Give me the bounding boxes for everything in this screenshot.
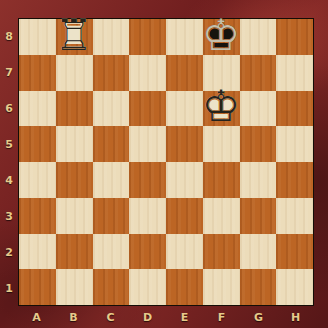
file-label-f: F: [203, 306, 240, 328]
square-b4[interactable]: [56, 162, 93, 198]
square-h6[interactable]: [276, 91, 313, 127]
square-d1[interactable]: [129, 269, 166, 305]
square-g4[interactable]: [240, 162, 277, 198]
square-b8[interactable]: ♜♖: [56, 19, 93, 55]
square-b1[interactable]: [56, 269, 93, 305]
rank-label-1: 1: [0, 270, 18, 306]
square-g2[interactable]: [240, 234, 277, 270]
square-g6[interactable]: [240, 91, 277, 127]
file-label-h: H: [277, 306, 314, 328]
square-d3[interactable]: [129, 198, 166, 234]
file-label-d: D: [129, 306, 166, 328]
square-d6[interactable]: [129, 91, 166, 127]
square-e3[interactable]: [166, 198, 203, 234]
file-labels: ABCDEFGH: [18, 306, 314, 328]
chess-board: ♜♖♚♔♚♔: [18, 18, 314, 306]
white-king-glyph: ♚: [202, 85, 241, 128]
square-a2[interactable]: [19, 234, 56, 270]
square-h8[interactable]: [276, 19, 313, 55]
file-label-e: E: [166, 306, 203, 328]
rank-labels: 87654321: [0, 18, 18, 306]
square-a5[interactable]: [19, 126, 56, 162]
square-f3[interactable]: [203, 198, 240, 234]
square-e4[interactable]: [166, 162, 203, 198]
square-c2[interactable]: [93, 234, 130, 270]
white-rook-glyph: ♜: [55, 14, 94, 57]
file-label-g: G: [240, 306, 277, 328]
square-c5[interactable]: [93, 126, 130, 162]
square-f6[interactable]: ♚♔: [203, 91, 240, 127]
rank-label-8: 8: [0, 18, 18, 54]
square-a6[interactable]: [19, 91, 56, 127]
file-label-a: A: [18, 306, 55, 328]
square-c8[interactable]: [93, 19, 130, 55]
square-d4[interactable]: [129, 162, 166, 198]
square-a4[interactable]: [19, 162, 56, 198]
square-b5[interactable]: [56, 126, 93, 162]
square-e8[interactable]: [166, 19, 203, 55]
rank-label-2: 2: [0, 234, 18, 270]
square-g5[interactable]: [240, 126, 277, 162]
square-c7[interactable]: [93, 55, 130, 91]
square-f8[interactable]: ♚♔: [203, 19, 240, 55]
square-f4[interactable]: [203, 162, 240, 198]
square-f5[interactable]: [203, 126, 240, 162]
square-g7[interactable]: [240, 55, 277, 91]
square-d7[interactable]: [129, 55, 166, 91]
square-e6[interactable]: [166, 91, 203, 127]
white-king[interactable]: ♚♔: [203, 91, 240, 127]
square-e7[interactable]: [166, 55, 203, 91]
square-h7[interactable]: [276, 55, 313, 91]
square-e1[interactable]: [166, 269, 203, 305]
square-a3[interactable]: [19, 198, 56, 234]
black-king-glyph: ♚: [202, 14, 241, 57]
square-e5[interactable]: [166, 126, 203, 162]
square-c6[interactable]: [93, 91, 130, 127]
square-b2[interactable]: [56, 234, 93, 270]
black-king[interactable]: ♚♔: [203, 19, 240, 55]
square-g1[interactable]: [240, 269, 277, 305]
square-c3[interactable]: [93, 198, 130, 234]
file-label-b: B: [55, 306, 92, 328]
white-rook-outline: ♖: [55, 14, 94, 57]
square-f7[interactable]: [203, 55, 240, 91]
square-b6[interactable]: [56, 91, 93, 127]
square-h5[interactable]: [276, 126, 313, 162]
square-h3[interactable]: [276, 198, 313, 234]
board-frame: 87654321 ABCDEFGH ♜♖♚♔♚♔: [0, 0, 328, 328]
square-a7[interactable]: [19, 55, 56, 91]
square-d2[interactable]: [129, 234, 166, 270]
rank-label-6: 6: [0, 90, 18, 126]
square-g8[interactable]: [240, 19, 277, 55]
square-b3[interactable]: [56, 198, 93, 234]
square-h4[interactable]: [276, 162, 313, 198]
square-h2[interactable]: [276, 234, 313, 270]
square-b7[interactable]: [56, 55, 93, 91]
square-a8[interactable]: [19, 19, 56, 55]
white-king-outline: ♔: [202, 85, 241, 128]
black-king-outline: ♔: [202, 14, 241, 57]
rank-label-7: 7: [0, 54, 18, 90]
rank-label-3: 3: [0, 198, 18, 234]
square-g3[interactable]: [240, 198, 277, 234]
square-c4[interactable]: [93, 162, 130, 198]
square-f2[interactable]: [203, 234, 240, 270]
square-d8[interactable]: [129, 19, 166, 55]
square-c1[interactable]: [93, 269, 130, 305]
square-f1[interactable]: [203, 269, 240, 305]
square-d5[interactable]: [129, 126, 166, 162]
square-h1[interactable]: [276, 269, 313, 305]
file-label-c: C: [92, 306, 129, 328]
rank-label-4: 4: [0, 162, 18, 198]
square-a1[interactable]: [19, 269, 56, 305]
square-e2[interactable]: [166, 234, 203, 270]
white-rook[interactable]: ♜♖: [56, 19, 93, 55]
rank-label-5: 5: [0, 126, 18, 162]
